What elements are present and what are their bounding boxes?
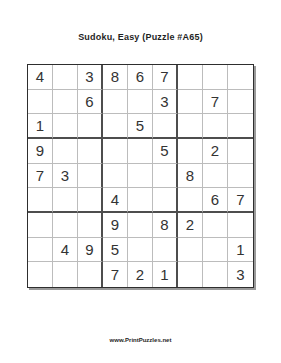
cell-r8c8[interactable] xyxy=(203,238,228,263)
cell-r3c1[interactable]: 1 xyxy=(28,114,53,139)
cell-r6c6[interactable] xyxy=(153,188,178,213)
cell-r6c1[interactable] xyxy=(28,188,53,213)
cell-r1c6[interactable]: 7 xyxy=(153,65,178,90)
cell-r7c1[interactable] xyxy=(28,213,53,238)
cell-r6c4[interactable]: 4 xyxy=(103,188,128,213)
cell-r1c7[interactable] xyxy=(178,65,203,90)
cell-r7c4[interactable]: 9 xyxy=(103,213,128,238)
cell-r8c9[interactable]: 1 xyxy=(228,238,253,263)
cell-r7c8[interactable] xyxy=(203,213,228,238)
cell-r4c3[interactable] xyxy=(78,139,103,164)
cell-r9c8[interactable] xyxy=(203,262,228,287)
cell-r6c2[interactable] xyxy=(53,188,78,213)
cell-r9c9[interactable]: 3 xyxy=(228,262,253,287)
cell-r4c6[interactable]: 5 xyxy=(153,139,178,164)
cell-r9c4[interactable]: 7 xyxy=(103,262,128,287)
cell-r8c3[interactable]: 9 xyxy=(78,238,103,263)
cell-r2c4[interactable] xyxy=(103,90,128,115)
cell-r8c5[interactable] xyxy=(128,238,153,263)
cell-r4c2[interactable] xyxy=(53,139,78,164)
cell-r2c7[interactable] xyxy=(178,90,203,115)
cell-r9c7[interactable] xyxy=(178,262,203,287)
cell-r3c4[interactable] xyxy=(103,114,128,139)
cell-r1c3[interactable]: 3 xyxy=(78,65,103,90)
cell-r1c9[interactable] xyxy=(228,65,253,90)
cell-r1c8[interactable] xyxy=(203,65,228,90)
cell-r2c3[interactable]: 6 xyxy=(78,90,103,115)
cell-r6c3[interactable] xyxy=(78,188,103,213)
cell-r7c9[interactable] xyxy=(228,213,253,238)
cell-r8c2[interactable]: 4 xyxy=(53,238,78,263)
cell-r4c9[interactable] xyxy=(228,139,253,164)
cell-r9c6[interactable]: 1 xyxy=(153,262,178,287)
cell-r5c1[interactable]: 7 xyxy=(28,164,53,189)
cell-r8c6[interactable] xyxy=(153,238,178,263)
cell-r3c5[interactable]: 5 xyxy=(128,114,153,139)
cell-r8c7[interactable] xyxy=(178,238,203,263)
cell-r5c8[interactable] xyxy=(203,164,228,189)
cell-r3c3[interactable] xyxy=(78,114,103,139)
cell-r7c7[interactable]: 2 xyxy=(178,213,203,238)
cell-r2c6[interactable]: 3 xyxy=(153,90,178,115)
cell-r2c1[interactable] xyxy=(28,90,53,115)
cell-r7c3[interactable] xyxy=(78,213,103,238)
cell-r3c9[interactable] xyxy=(228,114,253,139)
cell-r9c2[interactable] xyxy=(53,262,78,287)
cell-r2c2[interactable] xyxy=(53,90,78,115)
cell-r2c9[interactable] xyxy=(228,90,253,115)
cell-r2c8[interactable]: 7 xyxy=(203,90,228,115)
puzzle-page: Sudoku, Easy (Puzzle #A65) 4386763715952… xyxy=(0,0,281,363)
cell-r6c8[interactable]: 6 xyxy=(203,188,228,213)
cell-r3c6[interactable] xyxy=(153,114,178,139)
cell-r4c1[interactable]: 9 xyxy=(28,139,53,164)
cell-r9c5[interactable]: 2 xyxy=(128,262,153,287)
cell-r1c1[interactable]: 4 xyxy=(28,65,53,90)
cell-r6c5[interactable] xyxy=(128,188,153,213)
cell-r6c7[interactable] xyxy=(178,188,203,213)
cell-r3c7[interactable] xyxy=(178,114,203,139)
cell-r6c9[interactable]: 7 xyxy=(228,188,253,213)
cell-r1c5[interactable]: 6 xyxy=(128,65,153,90)
footer-url: www.PrintPuzzles.net xyxy=(0,337,281,343)
cell-r1c4[interactable]: 8 xyxy=(103,65,128,90)
cell-r1c2[interactable] xyxy=(53,65,78,90)
cell-r7c6[interactable]: 8 xyxy=(153,213,178,238)
cell-r4c8[interactable]: 2 xyxy=(203,139,228,164)
puzzle-title: Sudoku, Easy (Puzzle #A65) xyxy=(0,32,281,42)
cell-r7c5[interactable] xyxy=(128,213,153,238)
cell-r9c1[interactable] xyxy=(28,262,53,287)
sudoku-board: 438676371595273846798249517213 xyxy=(27,64,254,288)
cell-r3c8[interactable] xyxy=(203,114,228,139)
cell-r4c7[interactable] xyxy=(178,139,203,164)
cell-r3c2[interactable] xyxy=(53,114,78,139)
cell-r8c1[interactable] xyxy=(28,238,53,263)
cell-r5c5[interactable] xyxy=(128,164,153,189)
cell-r5c6[interactable] xyxy=(153,164,178,189)
cell-r5c2[interactable]: 3 xyxy=(53,164,78,189)
cell-r5c3[interactable] xyxy=(78,164,103,189)
cell-r9c3[interactable] xyxy=(78,262,103,287)
cell-r7c2[interactable] xyxy=(53,213,78,238)
cell-r4c4[interactable] xyxy=(103,139,128,164)
cell-r4c5[interactable] xyxy=(128,139,153,164)
cell-r8c4[interactable]: 5 xyxy=(103,238,128,263)
cell-r5c4[interactable] xyxy=(103,164,128,189)
cell-r2c5[interactable] xyxy=(128,90,153,115)
cell-r5c9[interactable] xyxy=(228,164,253,189)
cell-r5c7[interactable]: 8 xyxy=(178,164,203,189)
